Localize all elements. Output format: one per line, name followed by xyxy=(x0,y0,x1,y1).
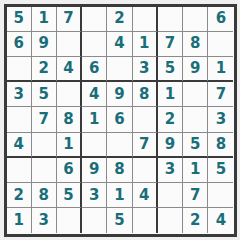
sudoku-cell-r2c5[interactable]: 4 xyxy=(107,32,132,57)
sudoku-cell-r2c3[interactable] xyxy=(57,32,82,57)
sudoku-cell-r2c1[interactable]: 6 xyxy=(7,32,32,57)
sudoku-cell-r5c5[interactable]: 6 xyxy=(107,107,132,132)
sudoku-cell-r9c3[interactable] xyxy=(57,208,82,233)
sudoku-cell-r6c1[interactable]: 4 xyxy=(7,133,32,158)
sudoku-cell-r4c6[interactable]: 8 xyxy=(133,82,158,107)
sudoku-cell-r1c1[interactable]: 5 xyxy=(7,7,32,32)
sudoku-cell-r5c4[interactable]: 1 xyxy=(82,107,107,132)
sudoku-cell-r5c2[interactable]: 7 xyxy=(32,107,57,132)
sudoku-cell-r3c9[interactable]: 1 xyxy=(208,57,233,82)
sudoku-cell-r8c1[interactable]: 2 xyxy=(7,183,32,208)
sudoku-cell-r3c8[interactable]: 9 xyxy=(183,57,208,82)
sudoku-cell-r2c7[interactable]: 7 xyxy=(158,32,183,57)
sudoku-cell-r8c9[interactable] xyxy=(208,183,233,208)
sudoku-cell-r8c5[interactable]: 1 xyxy=(107,183,132,208)
sudoku-cell-r5c1[interactable] xyxy=(7,107,32,132)
sudoku-cell-r9c6[interactable] xyxy=(133,208,158,233)
sudoku-cell-r1c8[interactable] xyxy=(183,7,208,32)
sudoku-cell-r3c2[interactable]: 2 xyxy=(32,57,57,82)
sudoku-cell-r2c8[interactable]: 8 xyxy=(183,32,208,57)
sudoku-cell-r8c3[interactable]: 5 xyxy=(57,183,82,208)
sudoku-cell-r3c3[interactable]: 4 xyxy=(57,57,82,82)
sudoku-cell-r4c4[interactable]: 4 xyxy=(82,82,107,107)
sudoku-cell-r7c9[interactable]: 5 xyxy=(208,158,233,183)
sudoku-cell-r4c8[interactable] xyxy=(183,82,208,107)
sudoku-cell-r1c4[interactable] xyxy=(82,7,107,32)
sudoku-cell-r5c3[interactable]: 8 xyxy=(57,107,82,132)
sudoku-cell-r1c6[interactable] xyxy=(133,7,158,32)
sudoku-cell-r6c4[interactable] xyxy=(82,133,107,158)
sudoku-cell-r3c6[interactable]: 3 xyxy=(133,57,158,82)
sudoku-cell-r2c4[interactable] xyxy=(82,32,107,57)
sudoku-cell-r7c8[interactable]: 1 xyxy=(183,158,208,183)
sudoku-cell-r7c2[interactable] xyxy=(32,158,57,183)
sudoku-cell-r7c3[interactable]: 6 xyxy=(57,158,82,183)
sudoku-cell-r1c9[interactable]: 6 xyxy=(208,7,233,32)
sudoku-cell-r9c4[interactable] xyxy=(82,208,107,233)
sudoku-cell-r4c2[interactable]: 5 xyxy=(32,82,57,107)
sudoku-cell-r8c4[interactable]: 3 xyxy=(82,183,107,208)
sudoku-cell-r7c5[interactable]: 8 xyxy=(107,158,132,183)
sudoku-cell-r7c1[interactable] xyxy=(7,158,32,183)
sudoku-cell-r7c4[interactable]: 9 xyxy=(82,158,107,183)
sudoku-board: 5172669417824635913549817781623417958698… xyxy=(4,4,237,237)
sudoku-cell-r2c6[interactable]: 1 xyxy=(133,32,158,57)
sudoku-cell-r5c7[interactable]: 2 xyxy=(158,107,183,132)
sudoku-cell-r5c6[interactable] xyxy=(133,107,158,132)
sudoku-cell-r4c9[interactable]: 7 xyxy=(208,82,233,107)
sudoku-cell-r9c2[interactable]: 3 xyxy=(32,208,57,233)
sudoku-cell-r9c7[interactable] xyxy=(158,208,183,233)
sudoku-cell-r8c7[interactable] xyxy=(158,183,183,208)
sudoku-cell-r3c7[interactable]: 5 xyxy=(158,57,183,82)
sudoku-cell-r1c5[interactable]: 2 xyxy=(107,7,132,32)
sudoku-cell-r3c1[interactable] xyxy=(7,57,32,82)
sudoku-cell-r1c7[interactable] xyxy=(158,7,183,32)
sudoku-cell-r7c6[interactable] xyxy=(133,158,158,183)
sudoku-cell-r7c7[interactable]: 3 xyxy=(158,158,183,183)
sudoku-cell-r4c7[interactable]: 1 xyxy=(158,82,183,107)
sudoku-cell-r5c8[interactable] xyxy=(183,107,208,132)
sudoku-cell-r2c9[interactable] xyxy=(208,32,233,57)
sudoku-cell-r3c4[interactable]: 6 xyxy=(82,57,107,82)
sudoku-page: 5172669417824635913549817781623417958698… xyxy=(0,0,240,240)
sudoku-cell-r4c3[interactable] xyxy=(57,82,82,107)
sudoku-cell-r3c5[interactable] xyxy=(107,57,132,82)
sudoku-cell-r1c3[interactable]: 7 xyxy=(57,7,82,32)
sudoku-cell-r2c2[interactable]: 9 xyxy=(32,32,57,57)
sudoku-cell-r6c8[interactable]: 5 xyxy=(183,133,208,158)
sudoku-cell-r6c6[interactable]: 7 xyxy=(133,133,158,158)
sudoku-cell-r1c2[interactable]: 1 xyxy=(32,7,57,32)
sudoku-cell-r9c1[interactable]: 1 xyxy=(7,208,32,233)
sudoku-cell-r6c3[interactable]: 1 xyxy=(57,133,82,158)
sudoku-cell-r9c9[interactable]: 4 xyxy=(208,208,233,233)
sudoku-cell-r6c5[interactable] xyxy=(107,133,132,158)
sudoku-cell-r6c2[interactable] xyxy=(32,133,57,158)
sudoku-cell-r5c9[interactable]: 3 xyxy=(208,107,233,132)
sudoku-cell-r8c6[interactable]: 4 xyxy=(133,183,158,208)
sudoku-cell-r4c1[interactable]: 3 xyxy=(7,82,32,107)
sudoku-cell-r6c9[interactable]: 8 xyxy=(208,133,233,158)
sudoku-cell-r8c8[interactable]: 7 xyxy=(183,183,208,208)
sudoku-cell-r8c2[interactable]: 8 xyxy=(32,183,57,208)
sudoku-cell-r4c5[interactable]: 9 xyxy=(107,82,132,107)
sudoku-cell-r9c8[interactable]: 2 xyxy=(183,208,208,233)
sudoku-cell-r6c7[interactable]: 9 xyxy=(158,133,183,158)
sudoku-cell-r9c5[interactable]: 5 xyxy=(107,208,132,233)
